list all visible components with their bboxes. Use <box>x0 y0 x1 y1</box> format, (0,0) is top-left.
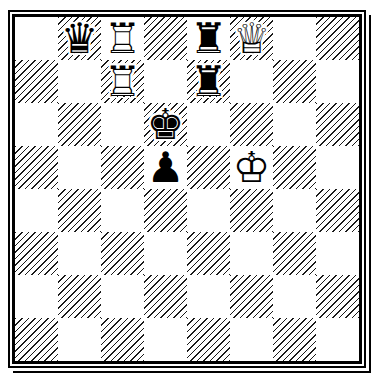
square-c3[interactable] <box>101 232 144 275</box>
square-g1[interactable] <box>273 318 316 361</box>
square-h6[interactable] <box>316 103 359 146</box>
square-g3[interactable] <box>273 232 316 275</box>
square-d2[interactable] <box>144 275 187 318</box>
square-g4[interactable] <box>273 189 316 232</box>
chess-board: ♛♛♜♖♜♜♛♕♜♖♜♜♚♚♟♟♚♔ <box>15 17 359 361</box>
square-c7[interactable]: ♜♖ <box>101 60 144 103</box>
square-f5[interactable]: ♚♔ <box>230 146 273 189</box>
square-d4[interactable] <box>144 189 187 232</box>
chess-board-frame: ♛♛♜♖♜♜♛♕♜♖♜♜♚♚♟♟♚♔ <box>8 10 366 368</box>
square-f2[interactable] <box>230 275 273 318</box>
square-h2[interactable] <box>316 275 359 318</box>
white-queen-piece: ♛♕ <box>233 18 271 60</box>
square-h3[interactable] <box>316 232 359 275</box>
black-queen-piece: ♛♛ <box>61 18 99 60</box>
square-h1[interactable] <box>316 318 359 361</box>
square-d7[interactable] <box>144 60 187 103</box>
piece-glyph: ♜ <box>190 61 228 103</box>
piece-glyph: ♚ <box>147 104 185 146</box>
square-b5[interactable] <box>58 146 101 189</box>
white-rook-piece: ♜♖ <box>104 61 142 103</box>
white-king-piece: ♚♔ <box>233 147 271 189</box>
square-a2[interactable] <box>15 275 58 318</box>
piece-glyph: ♔ <box>233 147 271 189</box>
square-h5[interactable] <box>316 146 359 189</box>
square-a3[interactable] <box>15 232 58 275</box>
square-e8[interactable]: ♜♜ <box>187 17 230 60</box>
square-e4[interactable] <box>187 189 230 232</box>
square-a1[interactable] <box>15 318 58 361</box>
square-e5[interactable] <box>187 146 230 189</box>
piece-glyph: ♟ <box>147 147 185 189</box>
square-c6[interactable] <box>101 103 144 146</box>
square-a8[interactable] <box>15 17 58 60</box>
square-d6[interactable]: ♚♚ <box>144 103 187 146</box>
square-g6[interactable] <box>273 103 316 146</box>
piece-glyph: ♖ <box>104 61 142 103</box>
square-e7[interactable]: ♜♜ <box>187 60 230 103</box>
square-d5[interactable]: ♟♟ <box>144 146 187 189</box>
black-rook-piece: ♜♜ <box>190 61 228 103</box>
black-rook-piece: ♜♜ <box>190 18 228 60</box>
square-h4[interactable] <box>316 189 359 232</box>
square-e3[interactable] <box>187 232 230 275</box>
square-a4[interactable] <box>15 189 58 232</box>
square-g7[interactable] <box>273 60 316 103</box>
chess-diagram-page: ♛♛♜♖♜♜♛♕♜♖♜♜♚♚♟♟♚♔ <box>0 0 376 382</box>
square-b8[interactable]: ♛♛ <box>58 17 101 60</box>
square-e6[interactable] <box>187 103 230 146</box>
square-f8[interactable]: ♛♕ <box>230 17 273 60</box>
square-f3[interactable] <box>230 232 273 275</box>
square-h7[interactable] <box>316 60 359 103</box>
square-g8[interactable] <box>273 17 316 60</box>
square-c1[interactable] <box>101 318 144 361</box>
square-e2[interactable] <box>187 275 230 318</box>
square-b6[interactable] <box>58 103 101 146</box>
square-f1[interactable] <box>230 318 273 361</box>
piece-glyph: ♕ <box>233 18 271 60</box>
square-e1[interactable] <box>187 318 230 361</box>
black-pawn-piece: ♟♟ <box>147 147 185 189</box>
square-c2[interactable] <box>101 275 144 318</box>
chess-board-border: ♛♛♜♖♜♜♛♕♜♖♜♜♚♚♟♟♚♔ <box>12 14 362 364</box>
square-f4[interactable] <box>230 189 273 232</box>
square-d8[interactable] <box>144 17 187 60</box>
square-f6[interactable] <box>230 103 273 146</box>
square-d3[interactable] <box>144 232 187 275</box>
square-f7[interactable] <box>230 60 273 103</box>
square-c5[interactable] <box>101 146 144 189</box>
square-g5[interactable] <box>273 146 316 189</box>
square-b2[interactable] <box>58 275 101 318</box>
piece-glyph: ♛ <box>61 18 99 60</box>
square-a6[interactable] <box>15 103 58 146</box>
square-b3[interactable] <box>58 232 101 275</box>
square-d1[interactable] <box>144 318 187 361</box>
square-b7[interactable] <box>58 60 101 103</box>
square-c8[interactable]: ♜♖ <box>101 17 144 60</box>
piece-glyph: ♖ <box>104 18 142 60</box>
square-b1[interactable] <box>58 318 101 361</box>
square-a7[interactable] <box>15 60 58 103</box>
square-g2[interactable] <box>273 275 316 318</box>
square-c4[interactable] <box>101 189 144 232</box>
white-rook-piece: ♜♖ <box>104 18 142 60</box>
piece-glyph: ♜ <box>190 18 228 60</box>
square-h8[interactable] <box>316 17 359 60</box>
square-b4[interactable] <box>58 189 101 232</box>
black-king-piece: ♚♚ <box>147 104 185 146</box>
square-a5[interactable] <box>15 146 58 189</box>
